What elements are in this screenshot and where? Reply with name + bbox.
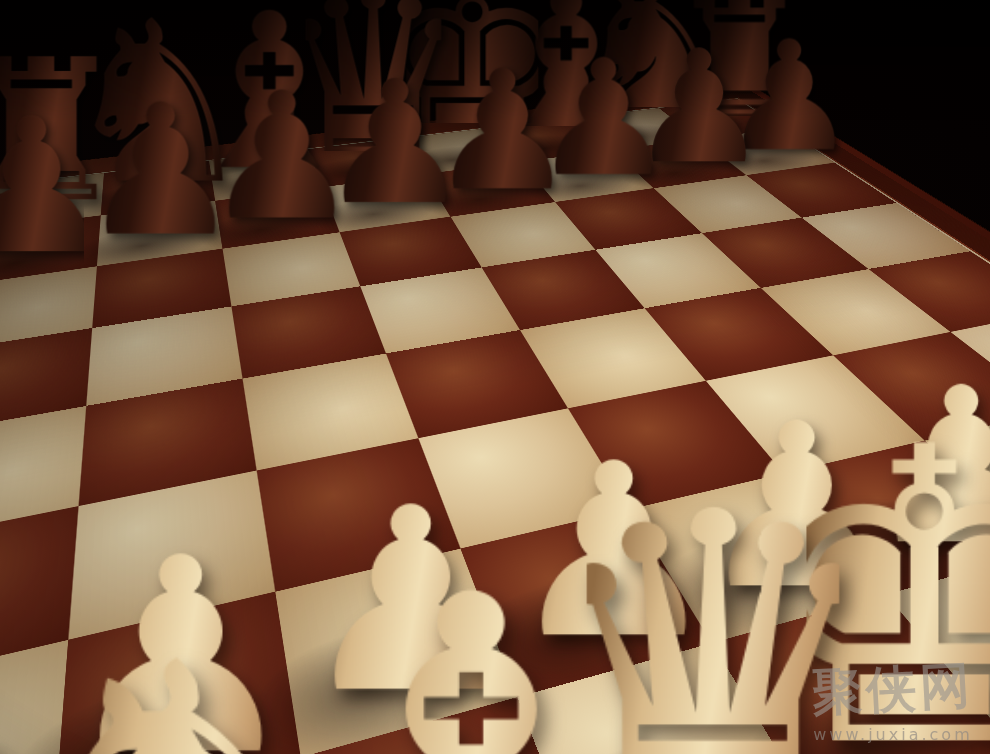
white-knight-b1[interactable]: ♞ (45, 622, 336, 754)
black-pawn-a7[interactable]: ♟ (0, 101, 113, 273)
square-h5[interactable] (802, 203, 970, 269)
photo-scene: ♜♞♝♛♚♝♞♜♟♟♟♟♟♟♟♟♟♟♟♟♟♟♟♟♜♞♝♛♚♝♞♜ (0, 0, 990, 754)
chessboard: ♜♞♝♛♚♝♞♜♟♟♟♟♟♟♟♟♟♟♟♟♟♟♟♟♜♞♝♛♚♝♞♜ (0, 84, 990, 754)
board-grid: ♜♞♝♛♚♝♞♜♟♟♟♟♟♟♟♟♟♟♟♟♟♟♟♟♜♞♝♛♚♝♞♜ (0, 99, 990, 754)
